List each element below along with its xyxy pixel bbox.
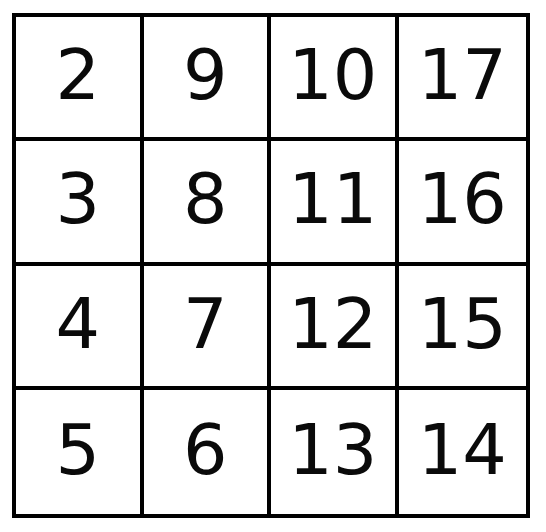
- cell-r1c3: 10: [271, 17, 399, 141]
- cell-r1c4: 17: [399, 17, 527, 141]
- cell-r3c4: 15: [399, 266, 527, 390]
- cell-r4c4: 14: [399, 390, 527, 514]
- cell-r1c2: 9: [144, 17, 272, 141]
- number-grid-board: 2 9 10 17 3 8 11 16 4 7 12 15 5 6 13 14: [12, 13, 530, 518]
- cell-r2c2: 8: [144, 141, 272, 265]
- cell-r4c3: 13: [271, 390, 399, 514]
- cell-r2c4: 16: [399, 141, 527, 265]
- cell-r3c1: 4: [16, 266, 144, 390]
- cell-r3c2: 7: [144, 266, 272, 390]
- cell-r1c1: 2: [16, 17, 144, 141]
- cell-r2c3: 11: [271, 141, 399, 265]
- cell-r4c1: 5: [16, 390, 144, 514]
- cell-r2c1: 3: [16, 141, 144, 265]
- cell-r4c2: 6: [144, 390, 272, 514]
- cell-r3c3: 12: [271, 266, 399, 390]
